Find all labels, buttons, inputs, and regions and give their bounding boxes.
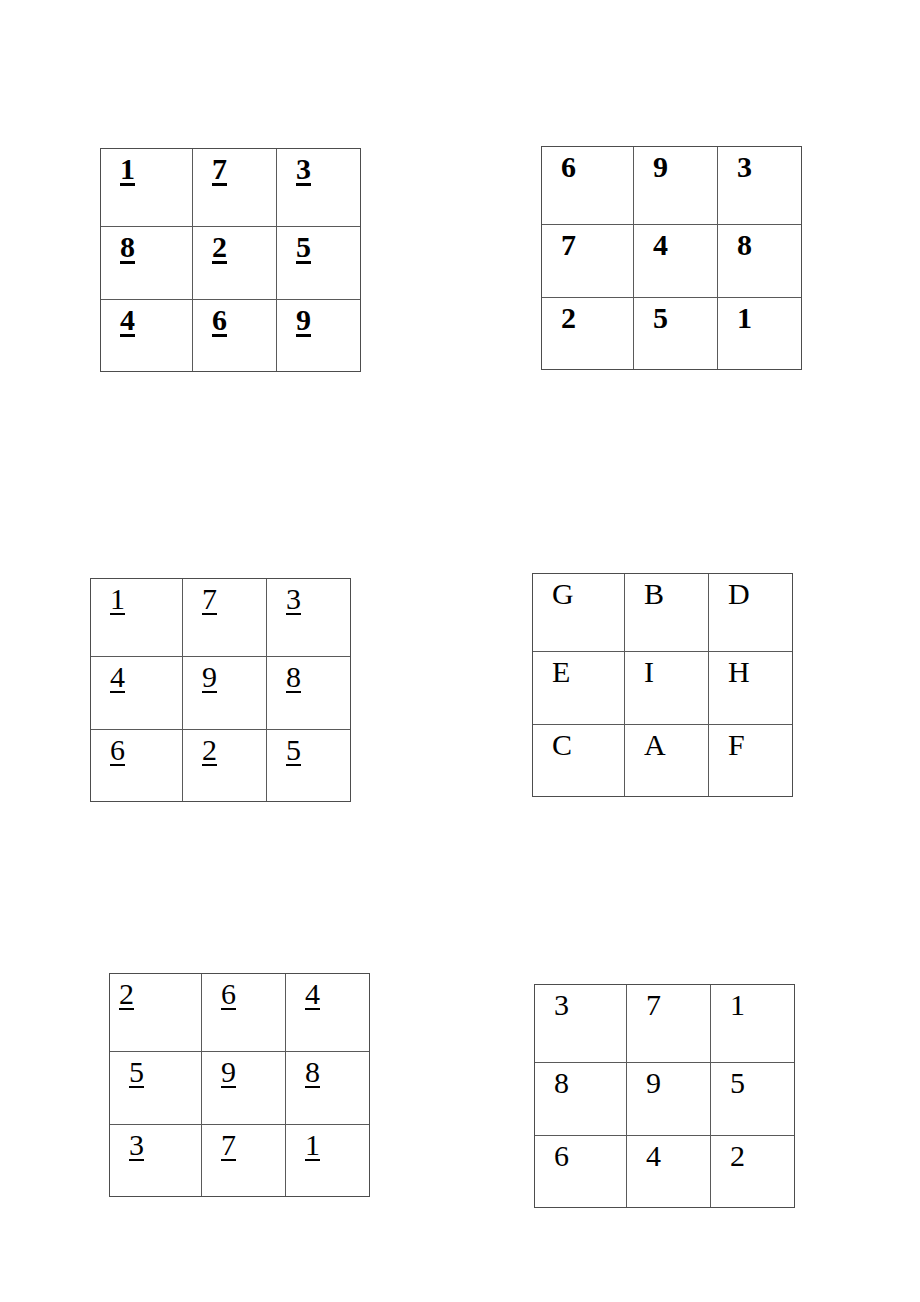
cell-value: 3 <box>129 1128 144 1161</box>
schulte-grid-bottom-left: 264598371 <box>109 973 370 1197</box>
grid-middle-right-cell-r0c0: G <box>533 574 624 651</box>
cell-value: 4 <box>110 660 125 693</box>
cell-value: D <box>728 577 750 610</box>
cell-value: 2 <box>202 733 217 766</box>
grid-top-left-cell-r1c2: 5 <box>277 227 360 299</box>
grid-top-left-cell-r2c2: 9 <box>277 300 360 371</box>
cell-value: 6 <box>212 303 227 336</box>
cell-value: 7 <box>202 582 217 615</box>
schulte-grid-top-left: 173825469 <box>100 148 361 372</box>
grid-top-left-cell-r2c1: 6 <box>193 300 276 371</box>
cell-value: 1 <box>737 301 752 334</box>
cell-value: 8 <box>737 228 752 261</box>
cell-value: 6 <box>554 1139 569 1172</box>
grid-middle-left-cell-r1c0: 4 <box>91 657 182 729</box>
cell-value: G <box>552 577 574 610</box>
grid-middle-right-cell-r2c1: A <box>625 725 708 796</box>
cell-value: 1 <box>110 582 125 615</box>
grid-bottom-right-cell-r0c2: 1 <box>711 985 794 1062</box>
cell-value: 6 <box>561 150 576 183</box>
grid-top-right-cell-r0c2: 3 <box>718 147 801 224</box>
cell-value: I <box>644 655 654 688</box>
cell-value: F <box>728 728 745 761</box>
grid-bottom-right-cell-r0c0: 3 <box>535 985 626 1062</box>
cell-value: 9 <box>653 150 668 183</box>
cell-value: 2 <box>119 977 134 1010</box>
grid-middle-right-cell-r0c2: D <box>709 574 792 651</box>
grid-top-left-cell-r0c0: 1 <box>101 149 192 226</box>
grid-middle-left-cell-r1c2: 8 <box>267 657 350 729</box>
grid-middle-left-cell-r0c2: 3 <box>267 579 350 656</box>
grid-bottom-left-cell-r1c1: 9 <box>202 1052 285 1124</box>
grid-top-right-cell-r2c0: 2 <box>542 298 633 369</box>
cell-value: 2 <box>212 230 227 263</box>
grid-middle-right-cell-r2c0: C <box>533 725 624 796</box>
cell-value: 8 <box>120 230 135 263</box>
grid-middle-left-cell-r0c0: 1 <box>91 579 182 656</box>
cell-value: 5 <box>286 733 301 766</box>
grid-top-right-cell-r1c1: 4 <box>634 225 717 297</box>
schulte-grid-middle-right: GBDEIHCAF <box>532 573 793 797</box>
grid-bottom-left-cell-r2c0: 3 <box>110 1125 201 1196</box>
grid-top-right-cell-r2c1: 5 <box>634 298 717 369</box>
grid-top-left-cell-r1c0: 8 <box>101 227 192 299</box>
grid-middle-left-cell-r2c0: 6 <box>91 730 182 801</box>
cell-value: A <box>644 728 666 761</box>
cell-value: C <box>552 728 572 761</box>
grid-middle-left-cell-r1c1: 9 <box>183 657 266 729</box>
grid-middle-right-cell-r1c1: I <box>625 652 708 724</box>
cell-value: 4 <box>120 303 135 336</box>
cell-value: 1 <box>120 152 135 185</box>
grid-middle-left-cell-r2c2: 5 <box>267 730 350 801</box>
grid-bottom-right-cell-r1c1: 9 <box>627 1063 710 1135</box>
cell-value: 8 <box>286 660 301 693</box>
cell-value: 4 <box>653 228 668 261</box>
cell-value: 9 <box>646 1066 661 1099</box>
grid-bottom-left-cell-r2c2: 1 <box>286 1125 369 1196</box>
cell-value: 3 <box>286 582 301 615</box>
cell-value: 1 <box>305 1128 320 1161</box>
grid-middle-right-cell-r1c0: E <box>533 652 624 724</box>
cell-value: 9 <box>296 303 311 336</box>
cell-value: 7 <box>212 152 227 185</box>
grid-top-left-cell-r2c0: 4 <box>101 300 192 371</box>
cell-value: 7 <box>221 1128 236 1161</box>
grid-top-right-cell-r0c0: 6 <box>542 147 633 224</box>
grid-middle-left-cell-r2c1: 2 <box>183 730 266 801</box>
grid-bottom-left-cell-r1c2: 8 <box>286 1052 369 1124</box>
grid-middle-right-cell-r2c2: F <box>709 725 792 796</box>
cell-value: 8 <box>554 1066 569 1099</box>
cell-value: 2 <box>561 301 576 334</box>
grid-top-right-cell-r1c0: 7 <box>542 225 633 297</box>
cell-value: 8 <box>305 1055 320 1088</box>
cell-value: B <box>644 577 664 610</box>
grid-bottom-left-cell-r0c2: 4 <box>286 974 369 1051</box>
cell-value: 5 <box>653 301 668 334</box>
grid-bottom-left-cell-r2c1: 7 <box>202 1125 285 1196</box>
grid-top-left-cell-r1c1: 2 <box>193 227 276 299</box>
cell-value: 6 <box>110 733 125 766</box>
grid-top-left-cell-r0c1: 7 <box>193 149 276 226</box>
grid-bottom-right-cell-r2c0: 6 <box>535 1136 626 1207</box>
schulte-grid-bottom-right: 371895642 <box>534 984 795 1208</box>
grid-bottom-right-cell-r1c0: 8 <box>535 1063 626 1135</box>
cell-value: 4 <box>646 1139 661 1172</box>
grid-middle-right-cell-r0c1: B <box>625 574 708 651</box>
cell-value: 2 <box>730 1139 745 1172</box>
grid-bottom-right-cell-r1c2: 5 <box>711 1063 794 1135</box>
grid-bottom-left-cell-r0c0: 2 <box>110 974 201 1051</box>
grid-bottom-left-cell-r0c1: 6 <box>202 974 285 1051</box>
cell-value: E <box>552 655 570 688</box>
cell-value: 6 <box>221 977 236 1010</box>
cell-value: 5 <box>129 1055 144 1088</box>
grid-top-right-cell-r1c2: 8 <box>718 225 801 297</box>
cell-value: 3 <box>554 988 569 1021</box>
cell-value: 3 <box>296 152 311 185</box>
cell-value: 3 <box>737 150 752 183</box>
grid-bottom-right-cell-r2c2: 2 <box>711 1136 794 1207</box>
cell-value: 7 <box>646 988 661 1021</box>
grid-middle-right-cell-r1c2: H <box>709 652 792 724</box>
cell-value: 5 <box>730 1066 745 1099</box>
grid-bottom-left-cell-r1c0: 5 <box>110 1052 201 1124</box>
grid-top-left-cell-r0c2: 3 <box>277 149 360 226</box>
grid-middle-left-cell-r0c1: 7 <box>183 579 266 656</box>
grid-bottom-right-cell-r2c1: 4 <box>627 1136 710 1207</box>
cell-value: 4 <box>305 977 320 1010</box>
cell-value: 1 <box>730 988 745 1021</box>
grid-bottom-right-cell-r0c1: 7 <box>627 985 710 1062</box>
grid-top-right-cell-r2c2: 1 <box>718 298 801 369</box>
cell-value: 7 <box>561 228 576 261</box>
cell-value: 5 <box>296 230 311 263</box>
schulte-grid-top-right: 693748251 <box>541 146 802 370</box>
schulte-grid-middle-left: 173498625 <box>90 578 351 802</box>
cell-value: H <box>728 655 750 688</box>
grid-top-right-cell-r0c1: 9 <box>634 147 717 224</box>
worksheet-page: 173825469 693748251 173498625 GBDEIHCAF … <box>0 0 920 1302</box>
cell-value: 9 <box>202 660 217 693</box>
cell-value: 9 <box>221 1055 236 1088</box>
